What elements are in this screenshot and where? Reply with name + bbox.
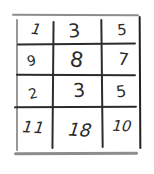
grid-cell-r2c2: 8 <box>52 44 102 75</box>
cell-value: 8 <box>69 49 85 72</box>
grid-cell-r1c2: 3 <box>52 15 102 44</box>
cell-value: 2 <box>27 86 39 102</box>
grid-cell-r2c3: 7 <box>102 44 140 75</box>
number-grid: 135987235111810 <box>17 15 140 148</box>
grid-cell-r4c1: 11 <box>17 107 52 148</box>
grid-cell-r3c3: 5 <box>102 75 140 107</box>
cell-value: 7 <box>117 51 130 69</box>
cell-value: 3 <box>72 80 85 100</box>
cell-value: 5 <box>115 83 127 100</box>
grid-cell-r4c3: 10 <box>102 107 140 148</box>
grid-cell-r1c1: 1 <box>17 15 52 44</box>
grid-cell-r2c1: 9 <box>17 44 52 75</box>
cell-value: 10 <box>111 119 131 135</box>
grid-cell-r3c2: 3 <box>52 75 102 107</box>
sketch-canvas: 135987235111810 <box>0 0 154 174</box>
cell-value: 1 <box>29 21 40 37</box>
cell-value: 18 <box>66 120 90 140</box>
cell-value: 9 <box>26 52 37 67</box>
grid-cell-r3c1: 2 <box>17 75 52 107</box>
cell-value: 11 <box>20 119 44 137</box>
grid-cell-r1c3: 5 <box>102 15 140 44</box>
cell-value: 3 <box>67 21 81 41</box>
grid-cell-r4c2: 18 <box>52 107 102 148</box>
cell-value: 5 <box>117 23 128 39</box>
frame-bottom-line <box>14 152 138 155</box>
